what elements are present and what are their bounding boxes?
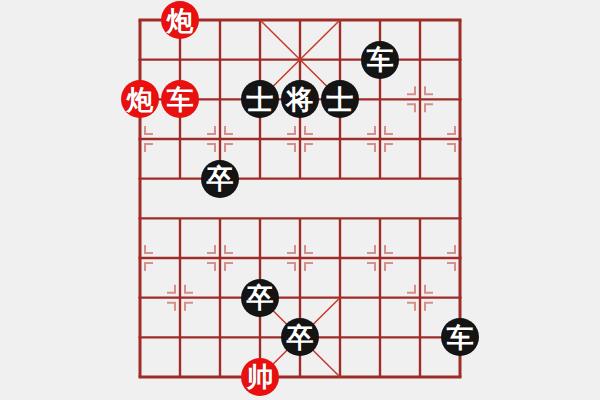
intersection-4-5[interactable] [240, 238, 280, 278]
intersection-2-1[interactable] [240, 40, 280, 80]
intersection-8-4[interactable] [400, 198, 440, 238]
intersection-7-1[interactable] [200, 80, 240, 120]
piece-black-soldier[interactable]: 卒 [241, 279, 279, 317]
piece-black-soldier[interactable]: 卒 [281, 318, 319, 356]
intersection-6-5[interactable] [320, 238, 360, 278]
intersection-7-5[interactable] [360, 238, 400, 278]
intersection-5-4[interactable] [280, 198, 320, 238]
intersection-2-0[interactable] [240, 0, 280, 40]
intersection-7-7[interactable] [120, 357, 160, 397]
intersection-2-3[interactable] [120, 159, 160, 199]
piece-black-chariot[interactable]: 车 [361, 41, 399, 79]
intersection-6-1[interactable] [440, 40, 480, 80]
intersection-1-8[interactable] [280, 357, 320, 397]
piece-red-cannon[interactable]: 炮 [161, 1, 199, 39]
intersection-6-4[interactable] [320, 198, 360, 238]
intersection-5-0[interactable] [360, 0, 400, 40]
intersection-4-0[interactable] [320, 0, 360, 40]
intersection-6-7[interactable] [400, 317, 440, 357]
intersection-1-3[interactable] [440, 119, 480, 159]
intersection-3-7[interactable] [240, 317, 280, 357]
intersection-1-6[interactable] [120, 278, 160, 318]
intersection-4-8[interactable] [400, 357, 440, 397]
intersection-8-7[interactable] [160, 357, 200, 397]
intersection-1-5[interactable] [120, 238, 160, 278]
intersection-1-2[interactable] [440, 80, 480, 120]
intersection-0-1[interactable] [160, 40, 200, 80]
intersection-4-2[interactable] [200, 119, 240, 159]
intersection-4-4[interactable] [240, 198, 280, 238]
intersection-2-5[interactable] [160, 238, 200, 278]
intersection-4-3[interactable] [240, 159, 280, 199]
piece-red-chariot[interactable]: 车 [161, 80, 199, 118]
intersection-5-5[interactable] [280, 238, 320, 278]
intersection-2-4[interactable] [160, 198, 200, 238]
intersection-5-2[interactable] [240, 119, 280, 159]
intersection-8-0[interactable] [120, 40, 160, 80]
intersection-1-7[interactable] [160, 317, 200, 357]
intersection-2-2[interactable] [120, 119, 160, 159]
intersection-4-7[interactable] [320, 317, 360, 357]
intersection-4-1[interactable] [320, 40, 360, 80]
intersection-0-4[interactable] [440, 159, 480, 199]
intersection-3-2[interactable] [160, 119, 200, 159]
intersection-5-8[interactable] [440, 357, 480, 397]
intersection-0-8[interactable] [200, 357, 240, 397]
intersection-8-6[interactable] [440, 278, 480, 318]
intersection-2-6[interactable] [160, 278, 200, 318]
intersection-2-7[interactable] [200, 317, 240, 357]
intersection-5-3[interactable] [280, 159, 320, 199]
intersection-0-7[interactable] [120, 317, 160, 357]
intersection-4-6[interactable] [280, 278, 320, 318]
piece-red-general[interactable]: 帅 [241, 358, 279, 396]
piece-black-advisor[interactable]: 士 [321, 80, 359, 118]
piece-black-soldier[interactable]: 卒 [201, 160, 239, 198]
piece-black-general[interactable]: 将 [281, 80, 319, 118]
intersection-6-0[interactable] [400, 0, 440, 40]
intersection-3-0[interactable] [280, 0, 320, 40]
intersection-0-5[interactable] [440, 198, 480, 238]
intersection-3-6[interactable] [200, 278, 240, 318]
piece-black-chariot[interactable]: 车 [441, 318, 479, 356]
intersection-3-5[interactable] [200, 238, 240, 278]
intersection-1-4[interactable] [120, 198, 160, 238]
intersection-8-2[interactable] [360, 119, 400, 159]
intersection-0-6[interactable] [440, 238, 480, 278]
intersection-8-3[interactable] [400, 159, 440, 199]
intersection-7-2[interactable] [320, 119, 360, 159]
intersection-0-2[interactable] [400, 80, 440, 120]
intersection-8-5[interactable] [400, 238, 440, 278]
intersection-1-0[interactable] [200, 0, 240, 40]
intersection-5-1[interactable] [400, 40, 440, 80]
xiangqi-board: 炮车炮车士将士卒卒卒车帅 [0, 0, 600, 400]
intersection-7-0[interactable] [440, 0, 480, 40]
piece-layer: 炮车炮车士将士卒卒卒车帅 [120, 0, 480, 397]
intersection-2-8[interactable] [320, 357, 360, 397]
intersection-8-1[interactable] [360, 80, 400, 120]
intersection-0-3[interactable] [400, 119, 440, 159]
intersection-7-3[interactable] [360, 159, 400, 199]
intersection-7-4[interactable] [360, 198, 400, 238]
intersection-3-8[interactable] [360, 357, 400, 397]
intersection-3-1[interactable] [280, 40, 320, 80]
intersection-7-6[interactable] [400, 278, 440, 318]
intersection-1-1[interactable] [200, 40, 240, 80]
intersection-6-2[interactable] [280, 119, 320, 159]
intersection-6-3[interactable] [320, 159, 360, 199]
intersection-3-4[interactable] [200, 198, 240, 238]
intersection-0-0[interactable] [120, 0, 160, 40]
piece-black-advisor[interactable]: 士 [241, 80, 279, 118]
intersection-5-7[interactable] [360, 317, 400, 357]
intersection-5-6[interactable] [320, 278, 360, 318]
intersection-6-6[interactable] [360, 278, 400, 318]
piece-red-cannon[interactable]: 炮 [121, 80, 159, 118]
intersection-3-3[interactable] [160, 159, 200, 199]
